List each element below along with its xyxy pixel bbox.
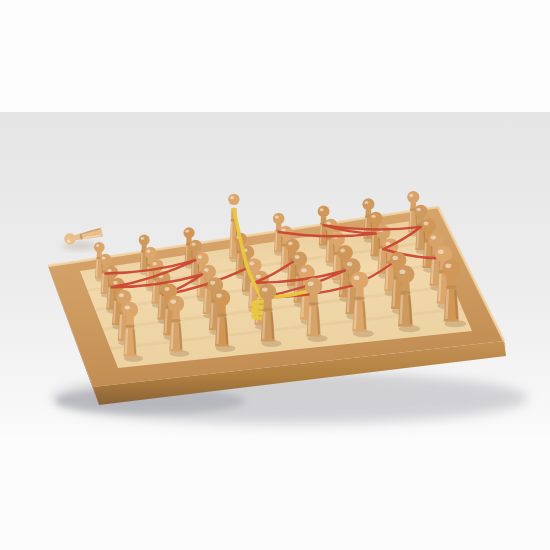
peg-head-highlight xyxy=(153,262,157,265)
peg-head xyxy=(145,247,157,259)
peg-body-highlight xyxy=(355,301,356,329)
peg-head-highlight xyxy=(288,242,293,246)
peg-body-highlight xyxy=(446,290,447,319)
peg-head xyxy=(122,302,138,318)
peg-head xyxy=(189,240,201,252)
peg-head-highlight xyxy=(147,250,151,253)
peg-body-highlight xyxy=(141,253,142,270)
peg-head xyxy=(421,218,436,233)
peg-body-highlight xyxy=(126,329,127,355)
peg-head-highlight xyxy=(216,293,222,297)
peg-head-highlight xyxy=(262,287,268,291)
peg-body-highlight xyxy=(186,246,187,264)
peg-body-highlight xyxy=(231,222,232,257)
peg-head-highlight xyxy=(230,196,234,199)
peg-head xyxy=(362,198,374,210)
peg-head-highlight xyxy=(301,268,306,272)
peg-body-highlight xyxy=(205,289,206,312)
peg-head-highlight xyxy=(364,201,368,204)
peg-head-highlight xyxy=(409,194,413,197)
peg-body-highlight xyxy=(309,306,310,334)
peg-head-highlight xyxy=(204,268,209,272)
peg-head xyxy=(369,212,382,225)
peg-head xyxy=(183,227,194,238)
peg-head-highlight xyxy=(354,275,360,280)
peg-head-highlight xyxy=(210,281,215,285)
product-photo xyxy=(0,0,550,550)
peg-head xyxy=(286,239,300,253)
peg-head xyxy=(442,259,460,277)
peg-body-highlight xyxy=(172,323,173,349)
peg-head xyxy=(351,271,369,289)
peg-head xyxy=(273,213,285,225)
peg-head-highlight xyxy=(416,208,420,212)
peg-head-highlight xyxy=(320,208,324,211)
peg-head-highlight xyxy=(165,287,170,291)
peg-head xyxy=(228,194,239,205)
peg-body-highlight xyxy=(394,280,395,307)
peg-head xyxy=(407,191,419,203)
peg-head-highlight xyxy=(431,236,436,240)
peg-body-highlight xyxy=(439,274,440,301)
peg-head xyxy=(168,296,184,312)
peg-body-highlight xyxy=(159,295,160,318)
peg-body-highlight xyxy=(263,312,264,339)
peg-body-highlight xyxy=(401,295,402,324)
peg-head xyxy=(100,254,112,266)
peg-body-highlight xyxy=(379,249,380,272)
peg-body-highlight xyxy=(425,243,426,266)
peg-head xyxy=(428,232,444,248)
peg-head xyxy=(305,277,322,294)
peg-head-highlight xyxy=(308,281,314,286)
peg-body-highlight xyxy=(166,309,167,333)
peg-body-highlight xyxy=(282,247,283,267)
peg-head-highlight xyxy=(119,293,124,297)
peg-head-highlight xyxy=(191,243,195,246)
peg-head xyxy=(292,252,307,267)
peg-head-highlight xyxy=(256,274,261,278)
peg-head xyxy=(139,235,150,246)
peg-body-highlight xyxy=(250,283,251,307)
pegboard-scene xyxy=(0,0,550,550)
peg-body-highlight xyxy=(237,254,238,274)
peg-body-highlight xyxy=(108,287,109,308)
peg-head-highlight xyxy=(445,263,451,268)
peg-head xyxy=(318,206,330,218)
peg-head-highlight xyxy=(185,230,189,233)
peg-body-highlight xyxy=(348,286,349,312)
peg-head-highlight xyxy=(295,255,300,259)
peg-head xyxy=(201,265,216,280)
peg-body-highlight xyxy=(217,317,218,344)
peg-head-highlight xyxy=(424,222,429,226)
peg-body-highlight xyxy=(120,315,121,339)
peg-body-highlight xyxy=(96,260,97,277)
peg-head-highlight xyxy=(102,257,106,260)
peg-head-highlight xyxy=(275,215,279,218)
peg-body-highlight xyxy=(211,303,212,328)
backdrop-foreground xyxy=(0,436,550,550)
peg-collar xyxy=(125,325,135,328)
peg-body-highlight xyxy=(372,234,373,255)
peg-head-highlight xyxy=(198,255,202,258)
peg-head-highlight xyxy=(399,269,405,274)
peg-head xyxy=(195,252,208,265)
peg-collar xyxy=(446,285,457,289)
peg-body-highlight xyxy=(320,225,321,244)
peg-head xyxy=(259,284,276,301)
peg-head-highlight xyxy=(113,281,118,285)
peg-head xyxy=(396,265,414,283)
peg-body-highlight xyxy=(432,258,433,283)
peg-head-highlight xyxy=(438,249,444,253)
peg-collar xyxy=(308,302,318,306)
peg-head-highlight xyxy=(347,262,353,266)
peg-body-highlight xyxy=(276,232,277,250)
peg-head-highlight xyxy=(125,305,130,309)
peg-body-highlight xyxy=(244,268,245,290)
backdrop-wall xyxy=(0,0,550,118)
peg-head-highlight xyxy=(340,248,345,252)
peg-head xyxy=(213,290,230,307)
peg-head xyxy=(337,245,352,260)
peg-collar xyxy=(217,313,227,316)
peg-head-highlight xyxy=(170,299,175,303)
peg-head xyxy=(331,232,345,246)
peg-collar xyxy=(171,319,181,322)
peg-head-highlight xyxy=(371,215,375,218)
peg-head-highlight xyxy=(392,256,398,260)
peg-head-highlight xyxy=(249,261,254,265)
peg-head-highlight xyxy=(107,269,111,272)
peg-body-highlight xyxy=(102,273,103,292)
peg-collar xyxy=(263,308,273,311)
peg-head-highlight xyxy=(141,237,145,240)
peg-collar xyxy=(354,296,365,300)
peg-body-highlight xyxy=(114,301,115,323)
peg-collar xyxy=(400,291,411,295)
peg-head xyxy=(414,205,427,218)
peg-body-highlight xyxy=(327,240,328,261)
peg-head xyxy=(376,225,390,239)
peg-body-highlight xyxy=(341,270,342,294)
